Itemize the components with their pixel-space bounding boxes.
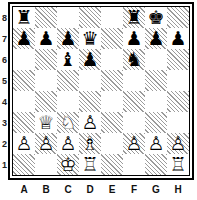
square-a1[interactable] bbox=[13, 154, 35, 175]
square-f7[interactable]: ♟ bbox=[123, 28, 145, 49]
square-h6[interactable] bbox=[167, 49, 189, 70]
square-h5[interactable] bbox=[167, 70, 189, 91]
file-label-d: D bbox=[79, 182, 101, 197]
square-d1[interactable]: ♜♖ bbox=[79, 154, 101, 175]
square-a3[interactable] bbox=[13, 112, 35, 133]
rank-label-8: 8 bbox=[0, 7, 7, 28]
square-f3[interactable] bbox=[123, 112, 145, 133]
square-f2[interactable]: ♟♙ bbox=[123, 133, 145, 154]
black-pawn: ♟ bbox=[167, 28, 189, 49]
square-c7[interactable]: ♟ bbox=[57, 28, 79, 49]
square-g8[interactable]: ♚ bbox=[145, 7, 167, 28]
square-h3[interactable] bbox=[167, 112, 189, 133]
square-d6[interactable]: ♟ bbox=[79, 49, 101, 70]
square-b3[interactable]: ♛♕ bbox=[35, 112, 57, 133]
square-a8[interactable]: ♜ bbox=[13, 7, 35, 28]
white-bishop: ♝♗ bbox=[79, 133, 101, 154]
square-f6[interactable]: ♞ bbox=[123, 49, 145, 70]
black-bishop: ♝ bbox=[57, 49, 79, 70]
square-f1[interactable] bbox=[123, 154, 145, 175]
rank-label-1: 1 bbox=[0, 154, 7, 175]
white-king: ♚♔ bbox=[57, 154, 79, 175]
black-pawn: ♟ bbox=[13, 28, 35, 49]
square-b2[interactable]: ♟♙ bbox=[35, 133, 57, 154]
rank-label-7: 7 bbox=[0, 28, 7, 49]
file-label-c: C bbox=[57, 182, 79, 197]
square-b4[interactable] bbox=[35, 91, 57, 112]
white-pawn: ♟♙ bbox=[79, 112, 101, 133]
rank-labels: 87654321 bbox=[0, 7, 7, 175]
square-a7[interactable]: ♟ bbox=[13, 28, 35, 49]
square-g5[interactable] bbox=[145, 70, 167, 91]
file-label-e: E bbox=[101, 182, 123, 197]
black-queen: ♛ bbox=[79, 28, 101, 49]
black-pawn: ♟ bbox=[145, 28, 167, 49]
square-b6[interactable] bbox=[35, 49, 57, 70]
board-frame: ♜♜♚♟♟♟♛♟♟♟♝♟♞♛♕♞♘♟♙♟♙♟♙♟♙♝♗♟♙♟♙♟♙♚♔♜♖♜♖ bbox=[8, 2, 194, 180]
square-e1[interactable] bbox=[101, 154, 123, 175]
square-f5[interactable] bbox=[123, 70, 145, 91]
square-d4[interactable] bbox=[79, 91, 101, 112]
square-f4[interactable] bbox=[123, 91, 145, 112]
square-e2[interactable] bbox=[101, 133, 123, 154]
square-c1[interactable]: ♚♔ bbox=[57, 154, 79, 175]
square-c2[interactable]: ♟♙ bbox=[57, 133, 79, 154]
square-d5[interactable] bbox=[79, 70, 101, 91]
black-pawn: ♟ bbox=[57, 28, 79, 49]
square-d3[interactable]: ♟♙ bbox=[79, 112, 101, 133]
square-b1[interactable] bbox=[35, 154, 57, 175]
square-c4[interactable] bbox=[57, 91, 79, 112]
square-g3[interactable] bbox=[145, 112, 167, 133]
black-knight: ♞ bbox=[123, 49, 145, 70]
square-c8[interactable] bbox=[57, 7, 79, 28]
black-pawn: ♟ bbox=[79, 49, 101, 70]
white-queen: ♛♕ bbox=[35, 112, 57, 133]
square-d8[interactable] bbox=[79, 7, 101, 28]
square-a2[interactable]: ♟♙ bbox=[13, 133, 35, 154]
square-e8[interactable] bbox=[101, 7, 123, 28]
square-c5[interactable] bbox=[57, 70, 79, 91]
square-a4[interactable] bbox=[13, 91, 35, 112]
file-label-b: B bbox=[35, 182, 57, 197]
square-a6[interactable] bbox=[13, 49, 35, 70]
white-pawn: ♟♙ bbox=[57, 133, 79, 154]
black-pawn: ♟ bbox=[35, 28, 57, 49]
square-e3[interactable] bbox=[101, 112, 123, 133]
square-g2[interactable]: ♟♙ bbox=[145, 133, 167, 154]
white-knight: ♞♘ bbox=[57, 112, 79, 133]
file-label-g: G bbox=[145, 182, 167, 197]
file-labels: ABCDEFGH bbox=[13, 182, 189, 197]
white-pawn: ♟♙ bbox=[35, 133, 57, 154]
white-pawn: ♟♙ bbox=[145, 133, 167, 154]
file-label-h: H bbox=[167, 182, 189, 197]
white-pawn: ♟♙ bbox=[13, 133, 35, 154]
square-b7[interactable]: ♟ bbox=[35, 28, 57, 49]
file-label-f: F bbox=[123, 182, 145, 197]
square-h2[interactable]: ♟♙ bbox=[167, 133, 189, 154]
square-c6[interactable]: ♝ bbox=[57, 49, 79, 70]
white-rook: ♜♖ bbox=[167, 154, 189, 175]
white-pawn: ♟♙ bbox=[167, 133, 189, 154]
square-g4[interactable] bbox=[145, 91, 167, 112]
square-e7[interactable] bbox=[101, 28, 123, 49]
square-a5[interactable] bbox=[13, 70, 35, 91]
square-d7[interactable]: ♛ bbox=[79, 28, 101, 49]
black-pawn: ♟ bbox=[123, 28, 145, 49]
square-e5[interactable] bbox=[101, 70, 123, 91]
square-g1[interactable] bbox=[145, 154, 167, 175]
black-rook: ♜ bbox=[123, 7, 145, 28]
square-h4[interactable] bbox=[167, 91, 189, 112]
square-d2[interactable]: ♝♗ bbox=[79, 133, 101, 154]
square-f8[interactable]: ♜ bbox=[123, 7, 145, 28]
rank-label-2: 2 bbox=[0, 133, 7, 154]
black-rook: ♜ bbox=[13, 7, 35, 28]
square-b8[interactable] bbox=[35, 7, 57, 28]
rank-label-6: 6 bbox=[0, 49, 7, 70]
square-e6[interactable] bbox=[101, 49, 123, 70]
square-b5[interactable] bbox=[35, 70, 57, 91]
rank-label-5: 5 bbox=[0, 70, 7, 91]
square-c3[interactable]: ♞♘ bbox=[57, 112, 79, 133]
square-e4[interactable] bbox=[101, 91, 123, 112]
white-pawn: ♟♙ bbox=[123, 133, 145, 154]
square-h1[interactable]: ♜♖ bbox=[167, 154, 189, 175]
black-king: ♚ bbox=[145, 7, 167, 28]
square-h8[interactable] bbox=[167, 7, 189, 28]
square-g7[interactable]: ♟ bbox=[145, 28, 167, 49]
file-label-a: A bbox=[13, 182, 35, 197]
white-rook: ♜♖ bbox=[79, 154, 101, 175]
rank-label-4: 4 bbox=[0, 91, 7, 112]
chess-diagram: 87654321 ♜♜♚♟♟♟♛♟♟♟♝♟♞♛♕♞♘♟♙♟♙♟♙♟♙♝♗♟♙♟♙… bbox=[0, 0, 197, 200]
square-h7[interactable]: ♟ bbox=[167, 28, 189, 49]
rank-label-3: 3 bbox=[0, 112, 7, 133]
chess-board: ♜♜♚♟♟♟♛♟♟♟♝♟♞♛♕♞♘♟♙♟♙♟♙♟♙♝♗♟♙♟♙♟♙♚♔♜♖♜♖ bbox=[12, 6, 190, 176]
square-g6[interactable] bbox=[145, 49, 167, 70]
